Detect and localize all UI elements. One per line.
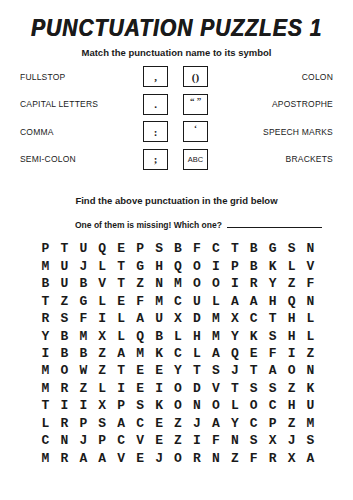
label-apostrophe: APOSTROPHE bbox=[208, 99, 333, 109]
label-colon: COLON bbox=[208, 72, 333, 82]
ws-cell-r8c8: Y bbox=[169, 362, 188, 379]
ws-cell-r5c2: S bbox=[55, 310, 74, 327]
ws-cell-r7c6: M bbox=[131, 345, 150, 362]
ws-cell-r1c7: S bbox=[150, 240, 169, 257]
ws-cell-r10c9: N bbox=[187, 397, 206, 414]
ws-cell-r12c2: N bbox=[55, 432, 74, 449]
ws-cell-r7c9: L bbox=[187, 345, 206, 362]
ws-cell-r7c5: A bbox=[112, 345, 131, 362]
ws-cell-r4c4: L bbox=[93, 292, 112, 309]
ws-cell-r5c3: F bbox=[74, 310, 93, 327]
ws-cell-r12c6: V bbox=[131, 432, 150, 449]
missing-question: One of them is missing! Which one? bbox=[75, 218, 322, 230]
ws-cell-r13c13: R bbox=[263, 450, 282, 467]
wordsearch-grid: PTUQEPSBFCTBGSNMUJLTGHQOIPBKLVBUBVTZNMOO… bbox=[36, 240, 320, 467]
ws-cell-r6c8: L bbox=[169, 327, 188, 344]
worksheet-page: PUNCTUATION PUZZLES 1 Match the punctuat… bbox=[0, 0, 353, 500]
ws-cell-r1c14: S bbox=[282, 240, 301, 257]
ws-cell-r10c15: U bbox=[301, 397, 320, 414]
page-title: PUNCTUATION PUZZLES 1 bbox=[0, 15, 353, 42]
ws-cell-r2c9: O bbox=[187, 257, 206, 274]
ws-cell-r1c3: U bbox=[74, 240, 93, 257]
ws-cell-r6c6: Q bbox=[131, 327, 150, 344]
ws-cell-r11c4: S bbox=[93, 415, 112, 432]
ws-cell-r6c13: S bbox=[263, 327, 282, 344]
ws-cell-r3c13: Y bbox=[263, 275, 282, 292]
ws-cell-r4c9: U bbox=[187, 292, 206, 309]
ws-cell-r2c15: V bbox=[301, 257, 320, 274]
ws-cell-r3c2: U bbox=[55, 275, 74, 292]
ws-cell-r9c14: Z bbox=[282, 380, 301, 397]
ws-cell-r2c10: I bbox=[206, 257, 225, 274]
ws-cell-r3c6: Z bbox=[131, 275, 150, 292]
ws-cell-r11c6: C bbox=[131, 415, 150, 432]
ws-cell-r11c13: P bbox=[263, 415, 282, 432]
ws-cell-r13c1: M bbox=[36, 450, 55, 467]
ws-cell-r7c13: F bbox=[263, 345, 282, 362]
ws-cell-r8c4: Z bbox=[93, 362, 112, 379]
ws-cell-r13c9: R bbox=[187, 450, 206, 467]
ws-cell-r9c6: E bbox=[131, 380, 150, 397]
ws-cell-r13c11: Z bbox=[225, 450, 244, 467]
ws-cell-r5c4: I bbox=[93, 310, 112, 327]
ws-cell-r1c1: P bbox=[36, 240, 55, 257]
ws-cell-r3c14: Z bbox=[282, 275, 301, 292]
ws-cell-r11c15: M bbox=[301, 415, 320, 432]
ws-cell-r6c1: Y bbox=[36, 327, 55, 344]
ws-cell-r8c11: J bbox=[225, 362, 244, 379]
ws-cell-r9c5: I bbox=[112, 380, 131, 397]
ws-cell-r1c15: N bbox=[301, 240, 320, 257]
ws-cell-r10c4: X bbox=[93, 397, 112, 414]
label-semi-colon: SEMI-COLON bbox=[20, 154, 143, 164]
ws-cell-r13c8: O bbox=[169, 450, 188, 467]
ws-cell-r7c1: I bbox=[36, 345, 55, 362]
ws-cell-r9c11: T bbox=[225, 380, 244, 397]
ws-cell-r8c6: E bbox=[131, 362, 150, 379]
ws-cell-r7c14: I bbox=[282, 345, 301, 362]
ws-cell-r11c3: P bbox=[74, 415, 93, 432]
ws-cell-r9c8: O bbox=[169, 380, 188, 397]
ws-cell-r9c7: I bbox=[150, 380, 169, 397]
matching-instruction: Match the punctuation name to its symbol bbox=[0, 47, 353, 58]
ws-cell-r1c8: B bbox=[169, 240, 188, 257]
ws-cell-r10c7: K bbox=[150, 397, 169, 414]
ws-cell-r5c5: L bbox=[112, 310, 131, 327]
ws-cell-r5c13: T bbox=[263, 310, 282, 327]
ws-cell-r13c6: E bbox=[131, 450, 150, 467]
ws-cell-r11c8: Z bbox=[169, 415, 188, 432]
ws-cell-r11c1: L bbox=[36, 415, 55, 432]
ws-cell-r13c14: X bbox=[282, 450, 301, 467]
ws-cell-r6c12: K bbox=[244, 327, 263, 344]
symbol-box-apostrophe: ‘ bbox=[183, 121, 208, 142]
ws-cell-r3c5: T bbox=[112, 275, 131, 292]
ws-cell-r4c3: G bbox=[74, 292, 93, 309]
symbol-box-brackets: () bbox=[183, 66, 208, 87]
ws-cell-r7c3: B bbox=[74, 345, 93, 362]
ws-cell-r11c5: A bbox=[112, 415, 131, 432]
ws-cell-r10c1: T bbox=[36, 397, 55, 414]
ws-cell-r1c9: F bbox=[187, 240, 206, 257]
ws-cell-r7c12: E bbox=[244, 345, 263, 362]
matching-section: FULLSTOP , () COLON CAPITAL LETTERS . “ … bbox=[20, 66, 333, 170]
ws-cell-r6c10: M bbox=[206, 327, 225, 344]
ws-cell-r3c1: B bbox=[36, 275, 55, 292]
ws-cell-r6c15: L bbox=[301, 327, 320, 344]
ws-cell-r13c4: A bbox=[93, 450, 112, 467]
ws-cell-r1c13: G bbox=[263, 240, 282, 257]
ws-cell-r3c9: O bbox=[187, 275, 206, 292]
ws-cell-r12c5: C bbox=[112, 432, 131, 449]
ws-cell-r11c11: Y bbox=[225, 415, 244, 432]
ws-cell-r6c4: X bbox=[93, 327, 112, 344]
label-capital-letters: CAPITAL LETTERS bbox=[20, 99, 143, 109]
ws-cell-r8c10: S bbox=[206, 362, 225, 379]
ws-cell-r12c1: C bbox=[36, 432, 55, 449]
ws-cell-r4c14: Q bbox=[282, 292, 301, 309]
ws-cell-r12c10: F bbox=[206, 432, 225, 449]
ws-cell-r12c8: Z bbox=[169, 432, 188, 449]
ws-cell-r5c11: X bbox=[225, 310, 244, 327]
ws-cell-r8c13: A bbox=[263, 362, 282, 379]
ws-cell-r3c8: M bbox=[169, 275, 188, 292]
ws-cell-r3c3: B bbox=[74, 275, 93, 292]
ws-cell-r4c8: C bbox=[169, 292, 188, 309]
label-fullstop: FULLSTOP bbox=[20, 72, 143, 82]
ws-cell-r6c3: M bbox=[74, 327, 93, 344]
ws-cell-r5c14: H bbox=[282, 310, 301, 327]
ws-cell-r7c2: B bbox=[55, 345, 74, 362]
ws-cell-r5c7: U bbox=[150, 310, 169, 327]
ws-cell-r9c15: K bbox=[301, 380, 320, 397]
ws-cell-r7c8: C bbox=[169, 345, 188, 362]
ws-cell-r11c12: C bbox=[244, 415, 263, 432]
ws-cell-r1c11: T bbox=[225, 240, 244, 257]
ws-cell-r4c6: F bbox=[131, 292, 150, 309]
ws-cell-r5c12: C bbox=[244, 310, 263, 327]
ws-cell-r2c1: M bbox=[36, 257, 55, 274]
ws-cell-r2c12: B bbox=[244, 257, 263, 274]
wordsearch-instruction: Find the above punctuation in the grid b… bbox=[0, 195, 353, 206]
ws-cell-r5c1: R bbox=[36, 310, 55, 327]
ws-cell-r4c7: M bbox=[150, 292, 169, 309]
ws-cell-r4c12: A bbox=[244, 292, 263, 309]
ws-cell-r13c10: N bbox=[206, 450, 225, 467]
ws-cell-r11c10: A bbox=[206, 415, 225, 432]
ws-cell-r4c13: H bbox=[263, 292, 282, 309]
ws-cell-r9c4: L bbox=[93, 380, 112, 397]
ws-cell-r2c6: G bbox=[131, 257, 150, 274]
ws-cell-r1c10: C bbox=[206, 240, 225, 257]
ws-cell-r8c2: O bbox=[55, 362, 74, 379]
ws-cell-r11c2: R bbox=[55, 415, 74, 432]
ws-cell-r12c11: N bbox=[225, 432, 244, 449]
ws-cell-r10c10: O bbox=[206, 397, 225, 414]
ws-cell-r12c13: X bbox=[263, 432, 282, 449]
ws-cell-r5c9: D bbox=[187, 310, 206, 327]
ws-cell-r3c10: O bbox=[206, 275, 225, 292]
ws-cell-r4c15: N bbox=[301, 292, 320, 309]
ws-cell-r13c7: J bbox=[150, 450, 169, 467]
ws-cell-r13c5: V bbox=[112, 450, 131, 467]
ws-cell-r9c9: D bbox=[187, 380, 206, 397]
ws-cell-r9c1: M bbox=[36, 380, 55, 397]
ws-cell-r3c15: F bbox=[301, 275, 320, 292]
ws-cell-r1c2: T bbox=[55, 240, 74, 257]
ws-cell-r5c8: X bbox=[169, 310, 188, 327]
ws-cell-r5c15: L bbox=[301, 310, 320, 327]
ws-cell-r4c1: T bbox=[36, 292, 55, 309]
ws-cell-r10c14: H bbox=[282, 397, 301, 414]
ws-cell-r13c2: R bbox=[55, 450, 74, 467]
ws-cell-r4c10: L bbox=[206, 292, 225, 309]
symbol-box-speech-marks: “ ” bbox=[183, 94, 208, 115]
ws-cell-r10c6: S bbox=[131, 397, 150, 414]
ws-cell-r4c11: A bbox=[225, 292, 244, 309]
symbol-box-fullstop: . bbox=[143, 94, 168, 115]
ws-cell-r10c2: I bbox=[55, 397, 74, 414]
symbol-box-semi-colon: ; bbox=[143, 149, 168, 170]
ws-cell-r12c3: J bbox=[74, 432, 93, 449]
answer-blank-line bbox=[227, 218, 322, 228]
missing-question-text: One of them is missing! Which one? bbox=[75, 220, 222, 230]
ws-cell-r9c13: S bbox=[263, 380, 282, 397]
ws-cell-r7c11: Q bbox=[225, 345, 244, 362]
ws-cell-r9c10: V bbox=[206, 380, 225, 397]
ws-cell-r2c3: J bbox=[74, 257, 93, 274]
ws-cell-r7c10: A bbox=[206, 345, 225, 362]
ws-cell-r8c5: T bbox=[112, 362, 131, 379]
ws-cell-r2c14: L bbox=[282, 257, 301, 274]
ws-cell-r10c11: L bbox=[225, 397, 244, 414]
ws-cell-r2c7: H bbox=[150, 257, 169, 274]
ws-cell-r12c14: J bbox=[282, 432, 301, 449]
ws-cell-r6c11: Y bbox=[225, 327, 244, 344]
ws-cell-r12c9: I bbox=[187, 432, 206, 449]
ws-cell-r4c2: Z bbox=[55, 292, 74, 309]
ws-cell-r9c2: R bbox=[55, 380, 74, 397]
ws-cell-r2c5: T bbox=[112, 257, 131, 274]
ws-cell-r2c2: U bbox=[55, 257, 74, 274]
ws-cell-r8c3: W bbox=[74, 362, 93, 379]
ws-cell-r12c15: S bbox=[301, 432, 320, 449]
symbol-box-capital-letters: ABC bbox=[183, 149, 208, 170]
ws-cell-r12c4: P bbox=[93, 432, 112, 449]
ws-cell-r8c1: M bbox=[36, 362, 55, 379]
ws-cell-r1c5: E bbox=[112, 240, 131, 257]
ws-cell-r8c15: N bbox=[301, 362, 320, 379]
label-speech-marks: SPEECH MARKS bbox=[208, 127, 333, 137]
ws-cell-r3c4: V bbox=[93, 275, 112, 292]
ws-cell-r1c6: P bbox=[131, 240, 150, 257]
ws-cell-r9c12: S bbox=[244, 380, 263, 397]
ws-cell-r10c3: I bbox=[74, 397, 93, 414]
ws-cell-r12c7: E bbox=[150, 432, 169, 449]
ws-cell-r13c3: A bbox=[74, 450, 93, 467]
symbol-box-colon: : bbox=[143, 121, 168, 142]
ws-cell-r2c8: Q bbox=[169, 257, 188, 274]
ws-cell-r2c13: K bbox=[263, 257, 282, 274]
ws-cell-r6c14: H bbox=[282, 327, 301, 344]
ws-cell-r11c7: E bbox=[150, 415, 169, 432]
ws-cell-r6c7: B bbox=[150, 327, 169, 344]
ws-cell-r10c8: O bbox=[169, 397, 188, 414]
ws-cell-r3c11: I bbox=[225, 275, 244, 292]
ws-cell-r8c12: T bbox=[244, 362, 263, 379]
label-brackets: BRACKETS bbox=[208, 154, 333, 164]
ws-cell-r7c4: Z bbox=[93, 345, 112, 362]
ws-cell-r4c5: E bbox=[112, 292, 131, 309]
ws-cell-r8c14: O bbox=[282, 362, 301, 379]
ws-cell-r13c15: A bbox=[301, 450, 320, 467]
ws-cell-r8c7: E bbox=[150, 362, 169, 379]
ws-cell-r10c13: C bbox=[263, 397, 282, 414]
ws-cell-r1c12: B bbox=[244, 240, 263, 257]
ws-cell-r13c12: F bbox=[244, 450, 263, 467]
ws-cell-r10c12: O bbox=[244, 397, 263, 414]
ws-cell-r6c9: H bbox=[187, 327, 206, 344]
ws-cell-r11c14: Z bbox=[282, 415, 301, 432]
ws-cell-r10c5: P bbox=[112, 397, 131, 414]
ws-cell-r7c15: Z bbox=[301, 345, 320, 362]
ws-cell-r5c10: M bbox=[206, 310, 225, 327]
ws-cell-r3c12: R bbox=[244, 275, 263, 292]
ws-cell-r11c9: J bbox=[187, 415, 206, 432]
ws-cell-r3c7: N bbox=[150, 275, 169, 292]
ws-cell-r6c2: B bbox=[55, 327, 74, 344]
ws-cell-r2c4: L bbox=[93, 257, 112, 274]
ws-cell-r12c12: S bbox=[244, 432, 263, 449]
ws-cell-r9c3: Z bbox=[74, 380, 93, 397]
ws-cell-r1c4: Q bbox=[93, 240, 112, 257]
ws-cell-r8c9: T bbox=[187, 362, 206, 379]
ws-cell-r7c7: K bbox=[150, 345, 169, 362]
ws-cell-r2c11: P bbox=[225, 257, 244, 274]
symbol-box-comma: , bbox=[143, 66, 168, 87]
label-comma: COMMA bbox=[20, 127, 143, 137]
ws-cell-r5c6: A bbox=[131, 310, 150, 327]
ws-cell-r6c5: L bbox=[112, 327, 131, 344]
